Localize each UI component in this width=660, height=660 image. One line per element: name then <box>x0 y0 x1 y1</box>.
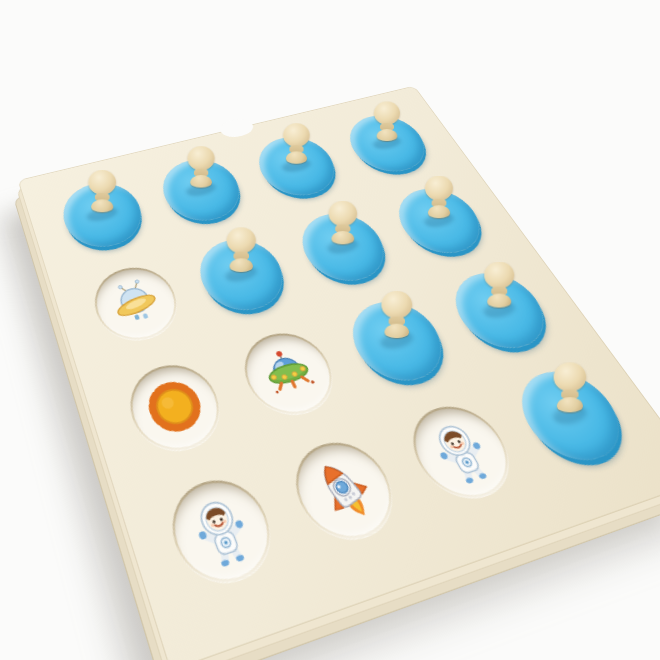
peg-knob-ball <box>88 170 116 195</box>
peg-knob-ball <box>328 201 356 227</box>
peg-knob-ball <box>381 291 412 319</box>
peg-knob-ball <box>554 362 587 391</box>
rocket-icon <box>298 447 392 534</box>
astronaut-icon <box>413 411 508 494</box>
peg-knob-ball <box>283 123 309 147</box>
picture-card-astronaut[interactable] <box>159 469 285 596</box>
perspective-wrapper <box>0 0 660 660</box>
astronaut-icon <box>175 485 267 578</box>
peg-knob-foot <box>384 324 409 338</box>
peg-knob-ball <box>227 227 256 253</box>
picture-card-ufo-green[interactable] <box>232 324 347 424</box>
peg-knob-ball <box>425 176 453 201</box>
picture-card-ufo-yellow[interactable] <box>85 259 188 349</box>
ufo-yellow-icon <box>98 271 173 337</box>
picture-card-sun[interactable] <box>119 356 233 462</box>
ufo-green-icon <box>247 337 331 410</box>
peg-knob-ball <box>188 146 215 170</box>
peg-knob <box>374 291 419 340</box>
picture-card-rocket[interactable] <box>281 432 409 552</box>
photo-backdrop <box>0 0 660 660</box>
peg-knob-ball <box>485 262 515 289</box>
peg-knob-foot <box>557 397 583 412</box>
peg-knob-ball <box>374 101 400 124</box>
peg-knob <box>546 362 594 414</box>
sun-icon <box>133 369 216 446</box>
board-scene <box>18 86 660 660</box>
